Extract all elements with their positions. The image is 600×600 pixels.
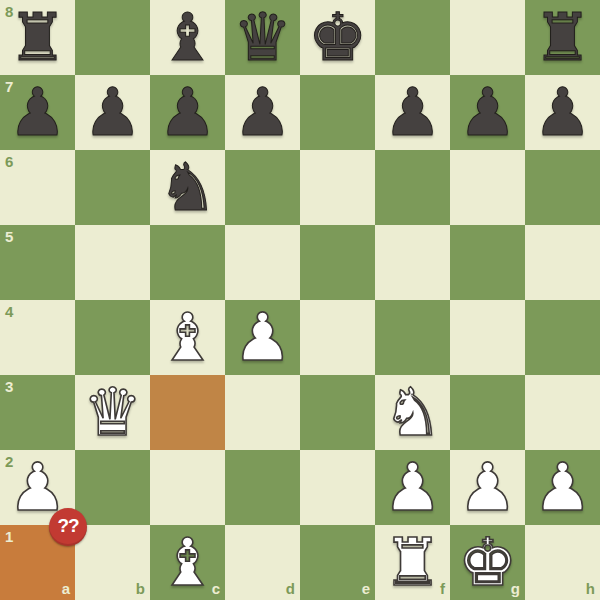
square-d6[interactable]: [225, 150, 300, 225]
file-label-b: b: [136, 581, 145, 596]
file-label-a: a: [62, 581, 70, 596]
file-label-d: d: [286, 581, 295, 596]
square-e4[interactable]: [300, 300, 375, 375]
square-h5[interactable]: [525, 225, 600, 300]
square-d1[interactable]: d: [225, 525, 300, 600]
black-queen[interactable]: ♛: [233, 0, 292, 75]
square-e6[interactable]: [300, 150, 375, 225]
square-d3[interactable]: [225, 375, 300, 450]
file-label-h: h: [586, 581, 595, 596]
black-pawn[interactable]: ♟: [83, 75, 142, 150]
square-a5[interactable]: 5: [0, 225, 75, 300]
square-g7[interactable]: ♟: [450, 75, 525, 150]
square-c7[interactable]: ♟: [150, 75, 225, 150]
square-e1[interactable]: e: [300, 525, 375, 600]
square-b3[interactable]: ♛: [75, 375, 150, 450]
rank-label-3: 3: [5, 379, 13, 394]
square-a4[interactable]: 4: [0, 300, 75, 375]
white-pawn[interactable]: ♟: [233, 300, 292, 375]
square-b6[interactable]: [75, 150, 150, 225]
black-pawn[interactable]: ♟: [233, 75, 292, 150]
white-rook[interactable]: ♜: [383, 525, 442, 600]
square-b5[interactable]: [75, 225, 150, 300]
square-f7[interactable]: ♟: [375, 75, 450, 150]
square-d2[interactable]: [225, 450, 300, 525]
black-pawn[interactable]: ♟: [8, 75, 67, 150]
black-bishop[interactable]: ♝: [158, 0, 217, 75]
square-g4[interactable]: [450, 300, 525, 375]
square-e8[interactable]: ♚: [300, 0, 375, 75]
black-rook[interactable]: ♜: [8, 0, 67, 75]
square-e3[interactable]: [300, 375, 375, 450]
square-b1[interactable]: b: [75, 525, 150, 600]
black-pawn[interactable]: ♟: [383, 75, 442, 150]
square-d5[interactable]: [225, 225, 300, 300]
square-a8[interactable]: 8♜: [0, 0, 75, 75]
square-a7[interactable]: 7♟: [0, 75, 75, 150]
white-bishop[interactable]: ♝: [158, 300, 217, 375]
square-h1[interactable]: h: [525, 525, 600, 600]
square-d7[interactable]: ♟: [225, 75, 300, 150]
square-a6[interactable]: 6: [0, 150, 75, 225]
square-b4[interactable]: [75, 300, 150, 375]
rank-label-6: 6: [5, 154, 13, 169]
square-c8[interactable]: ♝: [150, 0, 225, 75]
square-f3[interactable]: ♞: [375, 375, 450, 450]
black-pawn[interactable]: ♟: [158, 75, 217, 150]
white-pawn[interactable]: ♟: [458, 450, 517, 525]
rank-label-4: 4: [5, 304, 13, 319]
white-king[interactable]: ♚: [458, 525, 517, 600]
square-e7[interactable]: [300, 75, 375, 150]
black-king[interactable]: ♚: [308, 0, 367, 75]
file-label-e: e: [362, 581, 370, 596]
square-h3[interactable]: [525, 375, 600, 450]
rank-label-1: 1: [5, 529, 13, 544]
square-g8[interactable]: [450, 0, 525, 75]
square-c1[interactable]: c♝: [150, 525, 225, 600]
white-pawn[interactable]: ♟: [533, 450, 592, 525]
square-b8[interactable]: [75, 0, 150, 75]
square-h4[interactable]: [525, 300, 600, 375]
square-f2[interactable]: ♟: [375, 450, 450, 525]
white-queen[interactable]: ♛: [83, 375, 142, 450]
blunder-badge: ??: [49, 508, 87, 546]
square-g6[interactable]: [450, 150, 525, 225]
white-pawn[interactable]: ♟: [383, 450, 442, 525]
square-h8[interactable]: ♜: [525, 0, 600, 75]
square-e2[interactable]: [300, 450, 375, 525]
square-f8[interactable]: [375, 0, 450, 75]
square-b7[interactable]: ♟: [75, 75, 150, 150]
white-bishop[interactable]: ♝: [158, 525, 217, 600]
square-d8[interactable]: ♛: [225, 0, 300, 75]
black-knight[interactable]: ♞: [158, 150, 217, 225]
square-g5[interactable]: [450, 225, 525, 300]
square-g2[interactable]: ♟: [450, 450, 525, 525]
rank-label-5: 5: [5, 229, 13, 244]
square-c6[interactable]: ♞: [150, 150, 225, 225]
blunder-badge-label: ??: [57, 515, 78, 537]
black-rook[interactable]: ♜: [533, 0, 592, 75]
black-pawn[interactable]: ♟: [533, 75, 592, 150]
square-f6[interactable]: [375, 150, 450, 225]
square-h6[interactable]: [525, 150, 600, 225]
chess-board: ?? 8♜♝♛♚♜7♟♟♟♟♟♟♟6♞54♝♟3♛♞2♟♟♟♟1abc♝def♜…: [0, 0, 600, 600]
square-g1[interactable]: g♚: [450, 525, 525, 600]
square-d4[interactable]: ♟: [225, 300, 300, 375]
square-c5[interactable]: [150, 225, 225, 300]
square-c2[interactable]: [150, 450, 225, 525]
square-c4[interactable]: ♝: [150, 300, 225, 375]
square-f5[interactable]: [375, 225, 450, 300]
black-pawn[interactable]: ♟: [458, 75, 517, 150]
white-knight[interactable]: ♞: [383, 375, 442, 450]
square-c3[interactable]: [150, 375, 225, 450]
square-f1[interactable]: f♜: [375, 525, 450, 600]
square-b2[interactable]: [75, 450, 150, 525]
square-g3[interactable]: [450, 375, 525, 450]
square-f4[interactable]: [375, 300, 450, 375]
square-a3[interactable]: 3: [0, 375, 75, 450]
square-h2[interactable]: ♟: [525, 450, 600, 525]
square-h7[interactable]: ♟: [525, 75, 600, 150]
square-e5[interactable]: [300, 225, 375, 300]
